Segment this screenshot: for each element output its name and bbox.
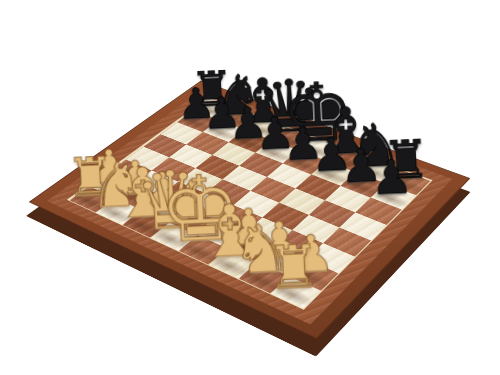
board-scene: ♜♞♝♛♚♝♞♜♟♟♟♟♟♟♟♟♟♟♟♟♟♟♟♟♜♞♝♛♚♝♞♜ (0, 0, 500, 375)
black-pawn-h7[interactable]: ♟ (370, 153, 414, 202)
white-rook-h1[interactable]: ♜ (266, 236, 322, 298)
square-h1[interactable]: ♜ (271, 276, 322, 308)
board-frame: ♜♞♝♛♚♝♞♜♟♟♟♟♟♟♟♟♟♟♟♟♟♟♟♟♜♞♝♛♚♝♞♜ (47, 88, 452, 324)
chess-set-photo: ♜♞♝♛♚♝♞♜♟♟♟♟♟♟♟♟♟♟♟♟♟♟♟♟♜♞♝♛♚♝♞♜ (0, 0, 500, 375)
board-tilt-wrapper: ♜♞♝♛♚♝♞♜♟♟♟♟♟♟♟♟♟♟♟♟♟♟♟♟♜♞♝♛♚♝♞♜ (0, 0, 500, 375)
chess-board: ♜♞♝♛♚♝♞♜♟♟♟♟♟♟♟♟♟♟♟♟♟♟♟♟♜♞♝♛♚♝♞♜ (29, 80, 471, 339)
board-chamfer-edge: ♜♞♝♛♚♝♞♜♟♟♟♟♟♟♟♟♟♟♟♟♟♟♟♟♜♞♝♛♚♝♞♜ (29, 80, 471, 339)
